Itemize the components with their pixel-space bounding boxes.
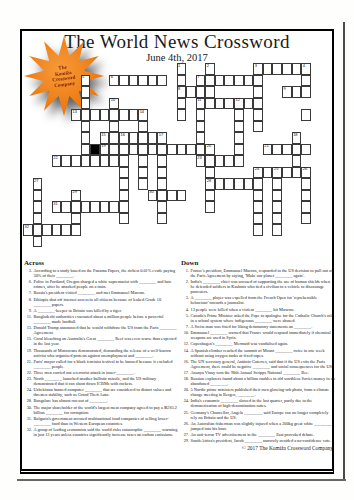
grid-cell xyxy=(253,86,263,98)
grid-cell xyxy=(282,63,292,75)
grid-cell xyxy=(52,224,62,236)
clue-number: 9. xyxy=(24,308,34,313)
clue-across-3: 3.According to a study based on the Pana… xyxy=(24,268,178,278)
clue-number: 6. xyxy=(24,279,34,289)
grid-cell xyxy=(301,144,311,156)
cell-number: 16 xyxy=(120,133,124,138)
grid-cell xyxy=(81,86,91,98)
clue-text: Bangalore has almost run out of ________… xyxy=(34,398,179,403)
grid-cell xyxy=(196,132,206,144)
clue-text: A Swiss man was fined for liking defamat… xyxy=(191,324,336,329)
cell-number: 20 xyxy=(207,144,211,149)
grid-cell xyxy=(186,144,196,156)
clue-text: North ________ launched another ballisti… xyxy=(34,376,179,386)
clue-number: 14. xyxy=(181,348,191,358)
clue-text: Germany's Chancellor, Angela ________, s… xyxy=(191,410,336,420)
clue-text: According to a study based on the Panama… xyxy=(34,268,179,278)
grid-cell xyxy=(301,190,311,202)
grid-cell xyxy=(119,155,129,167)
grid-cell xyxy=(148,132,158,144)
grid-cell xyxy=(138,178,148,190)
clue-text: Ananya Vinay won the 90th Annual Scripps… xyxy=(191,370,336,375)
clue-down-5: 5.Canada's Prime Minister asked the Pope… xyxy=(181,313,335,323)
clue-across-32: 32.A group of leading economists said th… xyxy=(24,427,178,437)
grid-cell xyxy=(109,201,119,213)
clue-number: 27. xyxy=(181,432,191,437)
clue-down-7: 7.A Swiss man was fined for liking defam… xyxy=(181,324,335,329)
grid-cell xyxy=(157,201,167,213)
grid-cell xyxy=(244,98,254,110)
clue-number: 30. xyxy=(24,405,34,415)
cell-number: 28 xyxy=(207,179,211,184)
cell-number: 8 xyxy=(178,87,180,92)
clue-down-10: 10.Emmanuel ________ warned that France … xyxy=(181,330,335,340)
clue-down-26: 26.An Australian fisherman was slightly … xyxy=(181,421,335,431)
grid-cell xyxy=(138,155,148,167)
grid-cell xyxy=(205,167,215,179)
cell-number: 11 xyxy=(197,98,201,103)
grid-cell xyxy=(301,213,311,225)
clue-text: Russia's president visited ________ and … xyxy=(34,290,179,295)
grid-cell xyxy=(138,144,148,156)
grid-cell xyxy=(301,86,311,98)
grid-cell xyxy=(157,144,167,156)
cell-number: 26 xyxy=(303,167,307,172)
black-cell xyxy=(90,144,100,156)
clue-text: A Spanish climber reached the summit of … xyxy=(191,348,336,358)
cell-number: 18 xyxy=(293,133,297,138)
grid-cell: 6 xyxy=(109,75,119,87)
clue-number: 4. xyxy=(181,307,191,312)
grid-cell: 1 xyxy=(177,63,187,75)
grid-cell xyxy=(119,167,129,179)
clue-across-28: 28.Bangalore has almost run out of _____… xyxy=(24,398,178,403)
clue-text: A group of leading economists said the w… xyxy=(34,427,179,437)
grid-cell: 31 xyxy=(52,201,62,213)
grid-cell xyxy=(234,121,244,133)
grid-cell: 22 xyxy=(52,155,62,167)
grid-cell xyxy=(177,109,187,121)
clue-across-30: 30.The major shareholder of the world's … xyxy=(24,405,178,415)
clue-number: 22. xyxy=(24,370,34,375)
cell-number: 4 xyxy=(303,64,305,69)
clue-across-9: 9.A ________-keeper in Britain was kille… xyxy=(24,308,178,313)
grid-cell xyxy=(215,178,225,190)
grid-cell xyxy=(33,224,43,236)
grid-cell xyxy=(109,121,119,133)
grid-cell xyxy=(71,155,81,167)
grid-cell xyxy=(148,144,158,156)
grid-cell xyxy=(215,98,225,110)
grid-cell xyxy=(272,63,282,75)
clue-text: Uzbekistan banned computer ________ that… xyxy=(34,387,179,397)
copyright-line: © 2017 The Komiža Crossword Company xyxy=(181,446,335,451)
grid-cell xyxy=(119,75,129,87)
grid-cell xyxy=(224,98,234,110)
grid-cell xyxy=(33,190,43,202)
grid-cell xyxy=(234,132,244,144)
grid-cell: 28 xyxy=(205,178,215,190)
cell-number: 23 xyxy=(197,156,201,161)
clue-text: Three men carried out a terrorist attack… xyxy=(34,370,179,375)
grid-cell xyxy=(224,155,234,167)
clue-text: Canada's Prime Minister asked the Pope t… xyxy=(191,313,336,323)
clue-number: 32. xyxy=(24,427,34,437)
grid-cell: 13 xyxy=(71,109,81,121)
grid-cell xyxy=(301,201,311,213)
grid-cell xyxy=(157,213,167,225)
grid-cell xyxy=(100,155,110,167)
grid-cell xyxy=(215,155,225,167)
clue-down-18: 18.Russian explorers found about a billi… xyxy=(181,376,335,386)
across-clues: Across 3.According to a study based on t… xyxy=(24,261,178,438)
grid-cell: 25 xyxy=(272,167,282,179)
grid-cell xyxy=(263,167,273,179)
grid-cell xyxy=(205,190,215,202)
grid-cell xyxy=(234,178,244,190)
grid-cell xyxy=(205,86,215,98)
grid-cell xyxy=(205,75,215,87)
grid-cell: 16 xyxy=(119,132,129,144)
grid-cell: 3 xyxy=(253,63,263,75)
clue-number: 16. xyxy=(181,359,191,369)
clue-text: Coral bleaching on Australia's Great ___… xyxy=(34,336,179,346)
grid-cell: 21 xyxy=(263,144,273,156)
grid-cell: 10 xyxy=(109,98,119,110)
clue-number: 3. xyxy=(181,295,191,305)
clue-number: 1. xyxy=(181,268,191,278)
scan-edge-bottom xyxy=(17,479,346,481)
clue-text: France's president, Emmanuel Macron, res… xyxy=(191,268,336,278)
clue-text: India's economic ________ slowed in the … xyxy=(191,398,336,408)
grid-cell xyxy=(109,155,119,167)
clue-text: Paris' mayor called for a black feminist… xyxy=(34,359,179,369)
clue-down-29: 29.South Africa's president, Jacob _____… xyxy=(181,438,335,443)
grid-cell xyxy=(167,190,177,202)
grid-cell xyxy=(109,132,119,144)
clue-number: 15. xyxy=(24,336,34,346)
grid-cell xyxy=(196,86,206,98)
clue-number: 20. xyxy=(181,387,191,397)
grid-cell xyxy=(215,75,225,87)
grid-cell xyxy=(129,109,139,121)
grid-cell xyxy=(71,213,81,225)
grid-cell: 2 xyxy=(205,63,215,75)
clue-text: A ________-keeper in Britain was killed … xyxy=(34,308,179,313)
grid-cell xyxy=(157,155,167,167)
grid-cell xyxy=(81,144,91,156)
grid-cell xyxy=(272,201,282,213)
grid-cell xyxy=(253,75,263,87)
grid-cell: 8 xyxy=(177,86,187,98)
clue-text: A ________ player was expelled from the … xyxy=(191,295,336,305)
grid-cell xyxy=(292,167,302,179)
grid-cell: 9 xyxy=(282,86,292,98)
grid-cell xyxy=(272,190,282,202)
grid-cell xyxy=(177,144,187,156)
grid-cell xyxy=(129,75,139,87)
cell-number: 12 xyxy=(236,98,240,103)
clue-text: The major shareholder of the world's lar… xyxy=(34,405,179,415)
clue-across-7: 7.Russia's president visited ________ an… xyxy=(24,290,178,295)
clue-across-19: 19.Thousands of Moroccans demonstrated, … xyxy=(24,348,178,358)
grid-cell: 29 xyxy=(71,190,81,202)
down-clues: Down 1.France's president, Emmanuel Macr… xyxy=(181,261,335,451)
grid-cell xyxy=(129,144,139,156)
grid-cell xyxy=(33,201,43,213)
clue-text: Police in Portland, Oregon charged a whi… xyxy=(34,279,179,289)
grid-cell xyxy=(301,178,311,190)
clue-number: 18. xyxy=(181,376,191,386)
clue-number: 31. xyxy=(24,416,34,426)
grid-cell xyxy=(253,121,263,133)
clue-text: Russian explorers found about a billion … xyxy=(191,376,336,386)
grid-cell xyxy=(129,132,139,144)
grid-cell xyxy=(119,109,129,121)
grid-cell: 26 xyxy=(301,167,311,179)
grid-cell xyxy=(119,178,129,190)
grid-cell: 11 xyxy=(196,98,206,110)
grid-cell xyxy=(177,75,187,87)
cell-number: 5 xyxy=(82,75,84,80)
cell-number: 14 xyxy=(140,110,144,115)
grid-cell xyxy=(138,75,148,87)
clue-down-2: 2.India's ________ chief was accused of … xyxy=(181,279,335,294)
clue-text: The UN secretary general, António Guterr… xyxy=(191,359,336,369)
cell-number: 30 xyxy=(149,190,153,195)
clue-across-13: 13.Donald Trump announced that he would … xyxy=(24,325,178,335)
clue-text: Bulgaria's government accused multinatio… xyxy=(34,416,179,426)
clue-down-12: 12.Copenhagen's ________ Mermaid was van… xyxy=(181,341,335,346)
grid-cell xyxy=(205,201,215,213)
grid-cell xyxy=(119,190,129,202)
clue-number: 17. xyxy=(181,370,191,375)
clue-text: An Australian fisherman was slightly inj… xyxy=(191,421,336,431)
clue-down-4: 4.13 people were killed when a violent _… xyxy=(181,307,335,312)
cell-number: 22 xyxy=(53,156,57,161)
grid-cell xyxy=(81,155,91,167)
cell-number: 1 xyxy=(178,64,180,69)
grid-cell: 30 xyxy=(148,190,158,202)
grid-cell xyxy=(196,121,206,133)
across-header: Across xyxy=(24,261,178,266)
grid-cell xyxy=(42,224,52,236)
clue-text: Donald Trump announced that he would wit… xyxy=(34,325,179,335)
cell-number: 27 xyxy=(34,179,38,184)
clue-across-8: 8.Ethiopia shut off internet access to a… xyxy=(24,297,178,307)
clue-text: Thousands of Moroccans demonstrated, dem… xyxy=(34,348,179,358)
cell-number: 7 xyxy=(197,75,199,80)
clue-number: 19. xyxy=(24,348,34,358)
grid-cell xyxy=(138,121,148,133)
clue-down-25: 25.Germany's Chancellor, Angela ________… xyxy=(181,410,335,420)
grid-cell xyxy=(224,178,234,190)
grid-cell xyxy=(292,155,302,167)
grid-cell xyxy=(244,75,254,87)
grid-cell xyxy=(205,98,215,110)
clue-across-24: 24.Uzbekistan banned computer ________ t… xyxy=(24,387,178,397)
grid-cell xyxy=(119,213,129,225)
clue-number: 3. xyxy=(24,268,34,278)
grid-cell xyxy=(90,201,100,213)
grid-cell xyxy=(196,109,206,121)
cell-number: 10 xyxy=(111,98,115,103)
clue-down-1: 1.France's president, Emmanuel Macron, r… xyxy=(181,268,335,278)
clue-across-22: 22.Three men carried out a terrorist att… xyxy=(24,370,178,375)
cell-number: 13 xyxy=(72,110,76,115)
grid-cell xyxy=(81,98,91,110)
grid-cell xyxy=(224,75,234,87)
cell-number: 2 xyxy=(207,64,209,69)
grid-cell xyxy=(109,144,119,156)
across-list: 3.According to a study based on the Pana… xyxy=(24,268,178,437)
clue-number: 2. xyxy=(181,279,191,294)
grid-cell xyxy=(301,109,311,121)
grid-cell xyxy=(81,109,91,121)
grid-cell: 17 xyxy=(157,132,167,144)
clue-text: 5 Nordic prime ministers published their… xyxy=(191,387,336,397)
grid-cell xyxy=(71,201,81,213)
grid-cell: 15 xyxy=(100,132,110,144)
grid-cell xyxy=(282,144,292,156)
clue-text: Emmanuel ________ warned that France wou… xyxy=(191,330,336,340)
clue-number: 23. xyxy=(24,376,34,386)
grid-cell xyxy=(253,178,263,190)
grid-cell xyxy=(292,63,302,75)
clue-down-27: 27.An anti-terror TV advertisement in th… xyxy=(181,432,335,437)
cell-number: 24 xyxy=(255,167,259,172)
grid-cell xyxy=(81,132,91,144)
cell-number: 21 xyxy=(264,144,268,149)
cell-number: 3 xyxy=(255,64,257,69)
cell-number: 9 xyxy=(284,87,286,92)
clue-number: 25. xyxy=(181,410,191,420)
grid-cell xyxy=(272,144,282,156)
cell-number: 19 xyxy=(101,144,105,149)
grid-cell xyxy=(234,75,244,87)
clue-text: An anti-terror TV advertisement in the _… xyxy=(191,432,336,437)
cell-number: 31 xyxy=(53,202,57,207)
clue-text: Copenhagen's ________ Mermaid was vandal… xyxy=(191,341,336,346)
grid-cell xyxy=(157,75,167,87)
clue-down-14: 14.A Spanish climber reached the summit … xyxy=(181,348,335,358)
grid-cell xyxy=(177,190,187,202)
grid-cell xyxy=(244,178,254,190)
clue-number: 11. xyxy=(24,314,34,324)
clue-down-3: 3.A ________ player was expelled from th… xyxy=(181,295,335,305)
clue-text: Bangladeshi authorities evacuated about … xyxy=(34,314,179,324)
grid-cell xyxy=(100,109,110,121)
grid-cell xyxy=(157,167,167,179)
grid-cell xyxy=(234,144,244,156)
grid-cell: 27 xyxy=(33,178,43,190)
grid-cell xyxy=(292,144,302,156)
cell-number: 25 xyxy=(274,167,278,172)
grid-cell xyxy=(205,155,215,167)
clue-across-23: 23.North ________ launched another balli… xyxy=(24,376,178,386)
grid-cell: 20 xyxy=(205,144,215,156)
clue-number: 13. xyxy=(24,325,34,335)
cell-number: 15 xyxy=(101,133,105,138)
clue-text: South Africa's president, Jacob ________… xyxy=(191,438,336,443)
clue-across-11: 11.Bangladeshi authorities evacuated abo… xyxy=(24,314,178,324)
clue-number: 7. xyxy=(24,290,34,295)
grid-cell xyxy=(71,224,81,236)
grid-cell xyxy=(292,86,302,98)
clue-down-20: 20.5 Nordic prime ministers published th… xyxy=(181,387,335,397)
grid-cell: 7 xyxy=(196,75,206,87)
grid-cell: 12 xyxy=(234,98,244,110)
grid-cell xyxy=(272,213,282,225)
clue-number: 7. xyxy=(181,324,191,329)
grid-cell xyxy=(272,178,282,190)
grid-cell xyxy=(234,109,244,121)
grid-cell: 24 xyxy=(253,167,263,179)
grid-cell: 32 xyxy=(23,224,33,236)
down-header: Down xyxy=(181,261,335,266)
crossword-page: The World News Crossword June 4th, 2017 … xyxy=(0,0,354,500)
clue-text: India's ________ chief was accused of su… xyxy=(191,279,336,294)
grid-cell xyxy=(253,98,263,110)
clue-across-15: 15.Coral bleaching on Australia's Great … xyxy=(24,336,178,346)
scan-edge-right xyxy=(343,22,345,480)
grid-cell xyxy=(253,213,263,225)
grid-cell xyxy=(119,201,129,213)
clue-number: 29. xyxy=(181,438,191,443)
grid-cell xyxy=(272,224,282,236)
clue-down-17: 17.Ananya Vinay won the 90th Annual Scri… xyxy=(181,370,335,375)
grid-cell: 5 xyxy=(81,75,91,87)
clue-down-16: 16.The UN secretary general, António Gut… xyxy=(181,359,335,369)
clue-number: 8. xyxy=(24,297,34,307)
grid-cell xyxy=(167,144,177,156)
grid-cell xyxy=(253,190,263,202)
grid-cell xyxy=(234,155,244,167)
clue-number: 24. xyxy=(24,387,34,397)
clue-across-21: 21.Paris' mayor called for a black femin… xyxy=(24,359,178,369)
cell-number: 32 xyxy=(25,225,29,230)
clue-number: 5. xyxy=(181,313,191,323)
grid-cell xyxy=(186,86,196,98)
clue-number: 28. xyxy=(24,398,34,403)
clue-text: Ethiopia shut off internet access to all… xyxy=(34,297,179,307)
grid-cell: 4 xyxy=(301,63,311,75)
grid-cell xyxy=(109,109,119,121)
crossword-grid: 1234567891011121314151617181920212223242… xyxy=(23,63,311,247)
grid-cell xyxy=(253,201,263,213)
clue-number: 10. xyxy=(181,330,191,340)
grid-cell: 19 xyxy=(100,144,110,156)
grid-cell xyxy=(61,201,71,213)
grid-cell xyxy=(81,121,91,133)
grid-cell xyxy=(81,201,91,213)
grid-cell xyxy=(253,224,263,236)
grid-cell xyxy=(148,75,158,87)
cell-number: 6 xyxy=(111,75,113,80)
grid-cell xyxy=(100,201,110,213)
grid-cell xyxy=(90,155,100,167)
grid-cell xyxy=(282,167,292,179)
grid-cell: 23 xyxy=(196,155,206,167)
grid-cell xyxy=(263,63,273,75)
grid-cell xyxy=(61,224,71,236)
down-list: 1.France's president, Emmanuel Macron, r… xyxy=(181,268,335,443)
grid-cell xyxy=(196,144,206,156)
grid-cell xyxy=(177,98,187,110)
cell-number: 29 xyxy=(72,190,76,195)
grid-cell xyxy=(33,213,43,225)
grid-cell xyxy=(138,167,148,179)
